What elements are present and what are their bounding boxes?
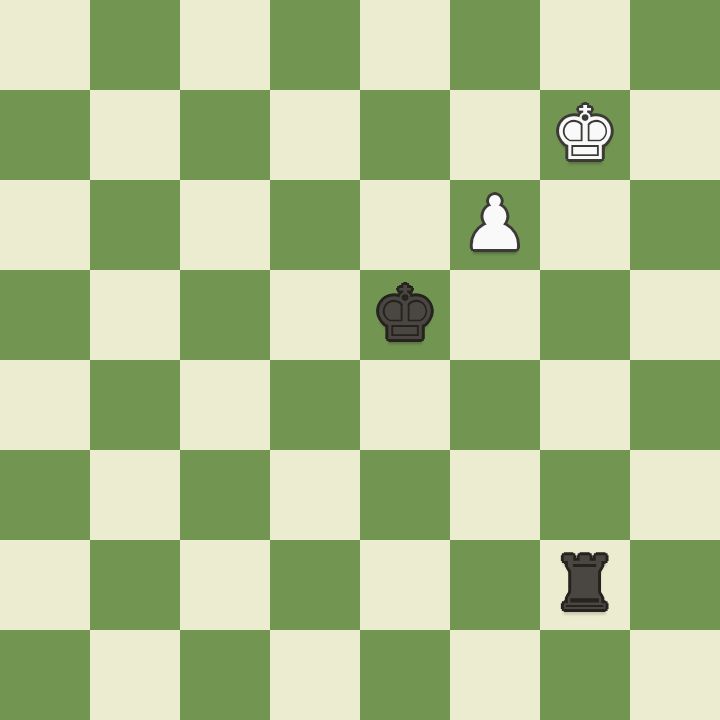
square-b1[interactable] [90,630,180,720]
square-f5[interactable] [450,270,540,360]
square-h2[interactable] [630,540,720,630]
square-b7[interactable] [90,90,180,180]
square-h7[interactable] [630,90,720,180]
square-b2[interactable] [90,540,180,630]
square-a4[interactable] [0,360,90,450]
square-h8[interactable] [630,0,720,90]
square-c5[interactable] [180,270,270,360]
square-d4[interactable] [270,360,360,450]
square-a1[interactable] [0,630,90,720]
square-g7[interactable]: ♚ [540,90,630,180]
square-h3[interactable] [630,450,720,540]
square-h5[interactable] [630,270,720,360]
square-c3[interactable] [180,450,270,540]
square-g8[interactable] [540,0,630,90]
square-a8[interactable] [0,0,90,90]
square-g1[interactable] [540,630,630,720]
square-g5[interactable] [540,270,630,360]
white-pawn[interactable]: ♟ [450,180,540,270]
white-king[interactable]: ♚ [540,90,630,180]
square-f2[interactable] [450,540,540,630]
square-d8[interactable] [270,0,360,90]
square-g4[interactable] [540,360,630,450]
square-e5[interactable]: ♚ [360,270,450,360]
square-f8[interactable] [450,0,540,90]
square-h6[interactable] [630,180,720,270]
square-f7[interactable] [450,90,540,180]
square-d7[interactable] [270,90,360,180]
square-e6[interactable] [360,180,450,270]
square-c2[interactable] [180,540,270,630]
square-f6[interactable]: ♟ [450,180,540,270]
black-king[interactable]: ♚ [360,270,450,360]
square-c6[interactable] [180,180,270,270]
square-g6[interactable] [540,180,630,270]
square-e2[interactable] [360,540,450,630]
square-f1[interactable] [450,630,540,720]
square-e7[interactable] [360,90,450,180]
square-c4[interactable] [180,360,270,450]
square-a5[interactable] [0,270,90,360]
square-f4[interactable] [450,360,540,450]
black-rook[interactable]: ♜ [540,540,630,630]
square-h1[interactable] [630,630,720,720]
square-d2[interactable] [270,540,360,630]
square-g3[interactable] [540,450,630,540]
square-a6[interactable] [0,180,90,270]
square-c1[interactable] [180,630,270,720]
square-d6[interactable] [270,180,360,270]
square-e3[interactable] [360,450,450,540]
square-f3[interactable] [450,450,540,540]
square-a7[interactable] [0,90,90,180]
square-a2[interactable] [0,540,90,630]
square-e4[interactable] [360,360,450,450]
square-d5[interactable] [270,270,360,360]
square-c8[interactable] [180,0,270,90]
square-h4[interactable] [630,360,720,450]
square-b6[interactable] [90,180,180,270]
square-e1[interactable] [360,630,450,720]
chess-board: ♚♟♚♜ [0,0,720,720]
square-b3[interactable] [90,450,180,540]
square-d3[interactable] [270,450,360,540]
square-c7[interactable] [180,90,270,180]
square-b4[interactable] [90,360,180,450]
square-a3[interactable] [0,450,90,540]
square-g2[interactable]: ♜ [540,540,630,630]
square-b5[interactable] [90,270,180,360]
square-e8[interactable] [360,0,450,90]
square-d1[interactable] [270,630,360,720]
square-b8[interactable] [90,0,180,90]
